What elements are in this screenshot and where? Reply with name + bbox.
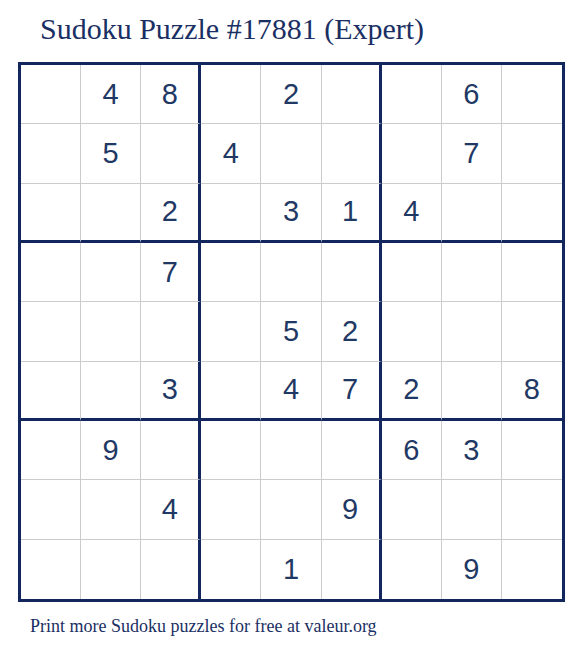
cell-r4c5 <box>261 243 321 302</box>
cell-r7c5 <box>261 421 321 480</box>
cell-r3c9 <box>502 184 562 243</box>
cell-r3c4 <box>201 184 261 243</box>
cell-r7c7: 6 <box>382 421 442 480</box>
cell-r2c5 <box>261 124 321 183</box>
cell-r7c3 <box>141 421 201 480</box>
cell-r8c1 <box>21 480 81 539</box>
cell-r8c8 <box>442 480 502 539</box>
cell-r2c1 <box>21 124 81 183</box>
cell-r3c8 <box>442 184 502 243</box>
cell-r9c2 <box>81 540 141 599</box>
cell-r8c9 <box>502 480 562 539</box>
cell-r5c2 <box>81 302 141 361</box>
cell-r3c5: 3 <box>261 184 321 243</box>
cell-r3c3: 2 <box>141 184 201 243</box>
cell-r6c5: 4 <box>261 362 321 421</box>
cell-r6c3: 3 <box>141 362 201 421</box>
cell-r9c4 <box>201 540 261 599</box>
cell-r7c9 <box>502 421 562 480</box>
cell-r2c4: 4 <box>201 124 261 183</box>
cell-r8c2 <box>81 480 141 539</box>
cell-r9c5: 1 <box>261 540 321 599</box>
cell-r1c9 <box>502 65 562 124</box>
cell-r1c1 <box>21 65 81 124</box>
cell-r8c5 <box>261 480 321 539</box>
cell-r1c4 <box>201 65 261 124</box>
cell-r1c5: 2 <box>261 65 321 124</box>
cell-r7c8: 3 <box>442 421 502 480</box>
cell-r4c7 <box>382 243 442 302</box>
cell-r2c6 <box>322 124 382 183</box>
cell-r4c6 <box>322 243 382 302</box>
cell-r4c8 <box>442 243 502 302</box>
cell-r7c2: 9 <box>81 421 141 480</box>
cell-r1c7 <box>382 65 442 124</box>
cell-r5c8 <box>442 302 502 361</box>
page: Sudoku Puzzle #17881 (Expert) 4826547231… <box>0 0 580 651</box>
cell-r5c7 <box>382 302 442 361</box>
cell-r7c6 <box>322 421 382 480</box>
sudoku-board: 48265472314752347289634919 <box>18 62 565 602</box>
cell-r9c7 <box>382 540 442 599</box>
cell-r7c4 <box>201 421 261 480</box>
cell-r5c5: 5 <box>261 302 321 361</box>
cell-r4c4 <box>201 243 261 302</box>
cell-r6c8 <box>442 362 502 421</box>
cell-r5c9 <box>502 302 562 361</box>
cell-r6c1 <box>21 362 81 421</box>
cell-r6c7: 2 <box>382 362 442 421</box>
cell-r2c2: 5 <box>81 124 141 183</box>
cell-r5c6: 2 <box>322 302 382 361</box>
cell-r7c1 <box>21 421 81 480</box>
cell-r5c4 <box>201 302 261 361</box>
cell-r2c9 <box>502 124 562 183</box>
cell-r3c6: 1 <box>322 184 382 243</box>
cell-r6c9: 8 <box>502 362 562 421</box>
cell-r4c9 <box>502 243 562 302</box>
cell-r3c7: 4 <box>382 184 442 243</box>
cell-r8c3: 4 <box>141 480 201 539</box>
cell-r4c1 <box>21 243 81 302</box>
cell-r8c7 <box>382 480 442 539</box>
cell-r6c4 <box>201 362 261 421</box>
cell-r9c3 <box>141 540 201 599</box>
cell-r2c3 <box>141 124 201 183</box>
cell-r1c8: 6 <box>442 65 502 124</box>
cell-r9c9 <box>502 540 562 599</box>
cell-r4c3: 7 <box>141 243 201 302</box>
cell-r9c6 <box>322 540 382 599</box>
cell-r5c3 <box>141 302 201 361</box>
cell-r5c1 <box>21 302 81 361</box>
cell-r4c2 <box>81 243 141 302</box>
cell-r2c7 <box>382 124 442 183</box>
cell-r1c6 <box>322 65 382 124</box>
cell-r1c2: 4 <box>81 65 141 124</box>
footer-text: Print more Sudoku puzzles for free at va… <box>30 616 377 637</box>
cell-r1c3: 8 <box>141 65 201 124</box>
cell-r8c4 <box>201 480 261 539</box>
cell-r6c6: 7 <box>322 362 382 421</box>
cell-r9c8: 9 <box>442 540 502 599</box>
cell-r8c6: 9 <box>322 480 382 539</box>
page-title: Sudoku Puzzle #17881 (Expert) <box>40 12 424 46</box>
cell-r9c1 <box>21 540 81 599</box>
cell-r3c2 <box>81 184 141 243</box>
cell-r2c8: 7 <box>442 124 502 183</box>
cell-r6c2 <box>81 362 141 421</box>
cell-r3c1 <box>21 184 81 243</box>
